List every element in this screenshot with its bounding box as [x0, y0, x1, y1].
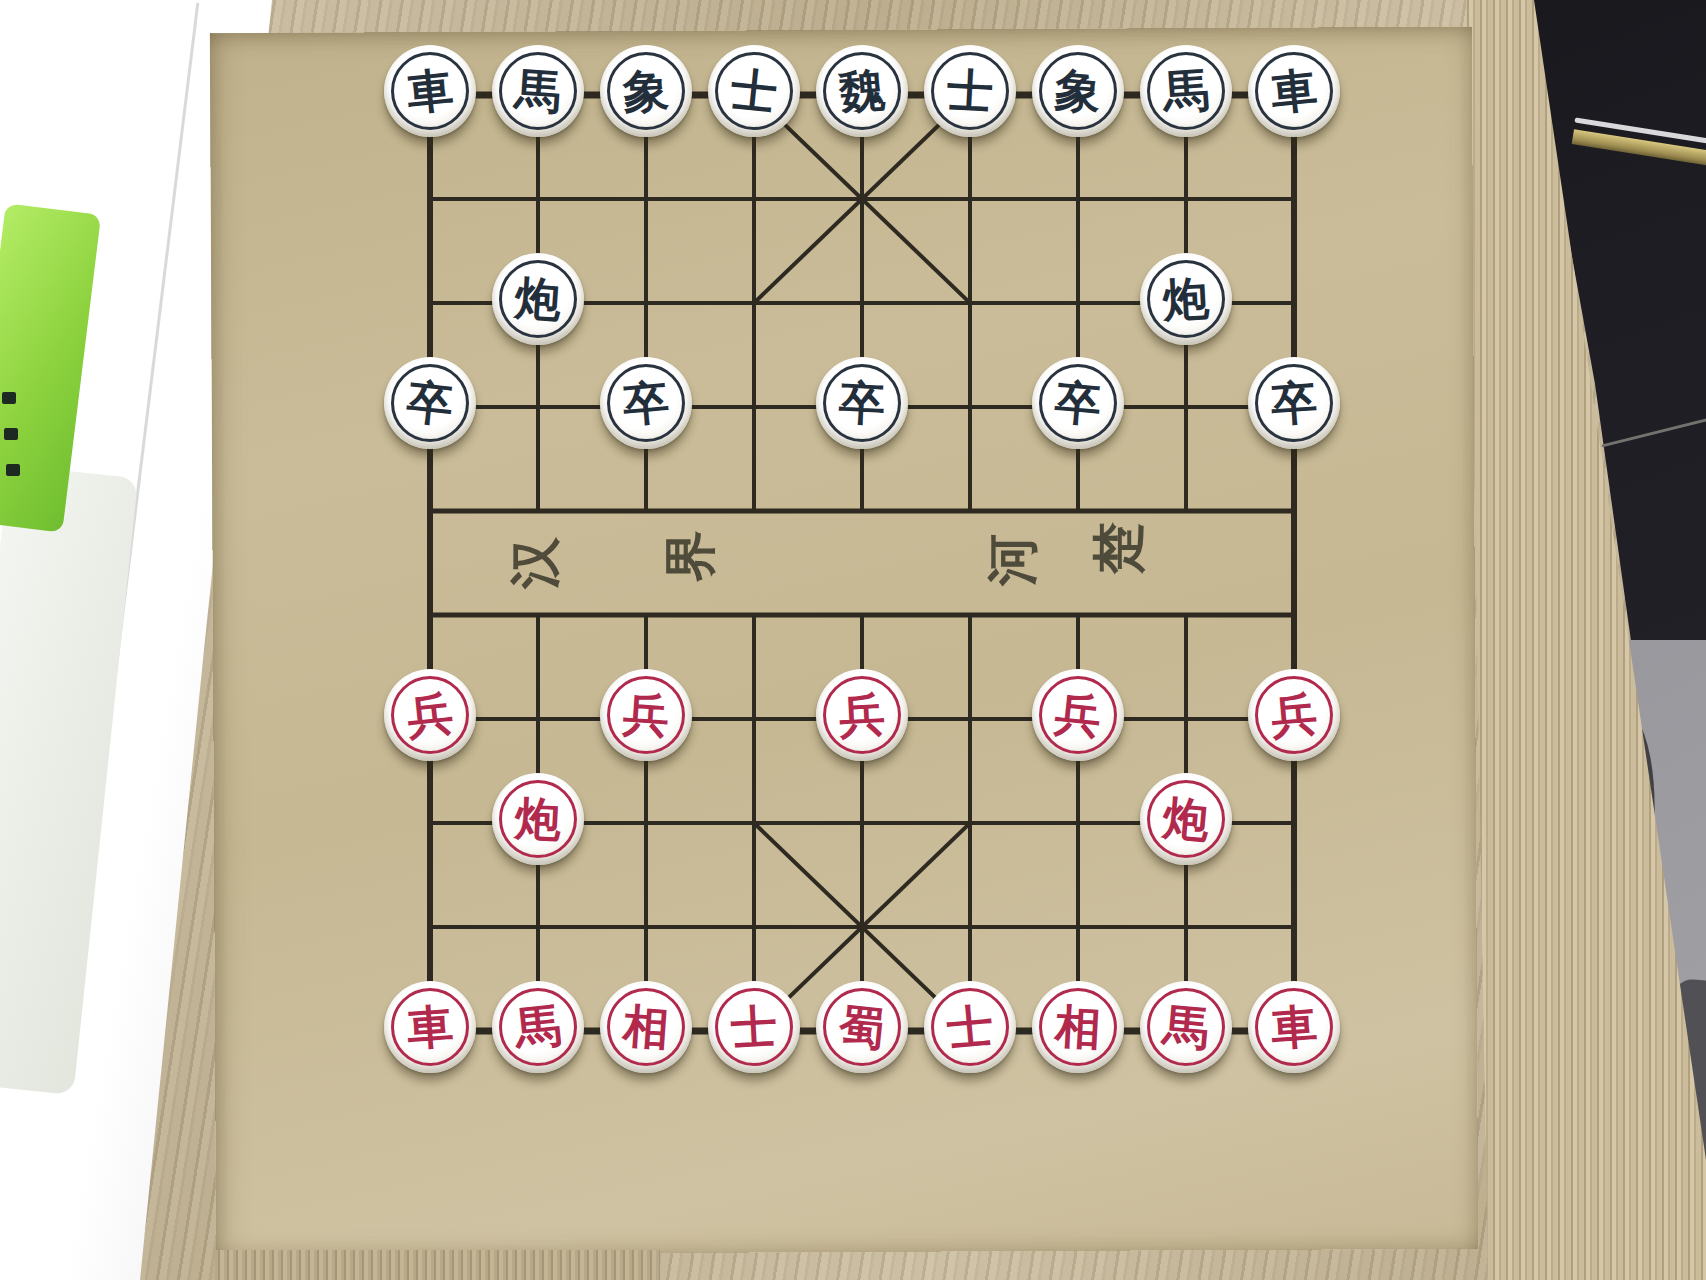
piece-red-horse-f7r9[interactable]: 馬 — [1140, 981, 1232, 1073]
pieces-layer: 車馬象士魏士象馬車炮炮卒卒卒卒卒兵兵兵兵兵炮炮車馬相士蜀士相馬車 — [0, 0, 1706, 1280]
piece-black-soldier-f2r3[interactable]: 卒 — [600, 357, 692, 449]
piece-red-cannon-f7r7[interactable]: 炮 — [1140, 773, 1232, 865]
piece-black-chariot-f0r0[interactable]: 車 — [384, 45, 476, 137]
piece-glyph: 車 — [1269, 66, 1320, 117]
piece-glyph: 魏 — [837, 66, 887, 116]
piece-red-cannon-f1r7[interactable]: 炮 — [492, 773, 584, 865]
piece-glyph: 兵 — [838, 691, 886, 739]
piece-red-advisor-f5r9[interactable]: 士 — [924, 981, 1016, 1073]
piece-glyph: 炮 — [1162, 275, 1210, 323]
piece-black-cannon-f1r2[interactable]: 炮 — [492, 253, 584, 345]
piece-black-soldier-f8r3[interactable]: 卒 — [1248, 357, 1340, 449]
piece-glyph: 炮 — [513, 274, 562, 323]
piece-black-elephant-f6r0[interactable]: 象 — [1032, 45, 1124, 137]
piece-glyph: 相 — [1054, 1003, 1102, 1051]
piece-glyph: 馬 — [1161, 66, 1210, 115]
piece-black-horse-f7r0[interactable]: 馬 — [1140, 45, 1232, 137]
piece-red-soldier-f8r6[interactable]: 兵 — [1248, 669, 1340, 761]
piece-black-general-wei-f4r0[interactable]: 魏 — [816, 45, 908, 137]
piece-black-advisor-f3r0[interactable]: 士 — [708, 45, 800, 137]
piece-glyph: 兵 — [621, 690, 670, 739]
piece-glyph: 士 — [945, 1002, 995, 1052]
piece-red-chariot-f8r9[interactable]: 車 — [1248, 981, 1340, 1073]
piece-black-elephant-f2r0[interactable]: 象 — [600, 45, 692, 137]
piece-red-horse-f1r9[interactable]: 馬 — [492, 981, 584, 1073]
piece-red-soldier-f4r6[interactable]: 兵 — [816, 669, 908, 761]
piece-black-soldier-f6r3[interactable]: 卒 — [1032, 357, 1124, 449]
piece-glyph: 車 — [405, 1002, 454, 1051]
piece-glyph: 車 — [405, 66, 456, 117]
piece-glyph: 象 — [622, 67, 670, 115]
piece-glyph: 卒 — [838, 379, 886, 427]
piece-glyph: 兵 — [1053, 690, 1104, 741]
piece-glyph: 卒 — [1269, 378, 1318, 427]
piece-red-soldier-f2r6[interactable]: 兵 — [600, 669, 692, 761]
piece-black-horse-f1r0[interactable]: 馬 — [492, 45, 584, 137]
piece-glyph: 馬 — [1161, 1002, 1211, 1052]
piece-red-general-shu-f4r9[interactable]: 蜀 — [816, 981, 908, 1073]
piece-black-chariot-f8r0[interactable]: 車 — [1248, 45, 1340, 137]
piece-black-soldier-f0r3[interactable]: 卒 — [384, 357, 476, 449]
piece-glyph: 卒 — [405, 378, 456, 429]
scene-root: 汉 界 河 楚 車馬象士魏士象馬車炮炮卒卒卒卒卒兵兵兵兵兵炮炮車馬相士蜀士相馬車 — [0, 0, 1706, 1280]
piece-red-elephant-f2r9[interactable]: 相 — [600, 981, 692, 1073]
piece-black-advisor-f5r0[interactable]: 士 — [924, 45, 1016, 137]
piece-glyph: 車 — [1269, 1002, 1318, 1051]
piece-glyph: 士 — [730, 1003, 778, 1051]
piece-red-soldier-f0r6[interactable]: 兵 — [384, 669, 476, 761]
piece-glyph: 士 — [946, 67, 994, 115]
piece-glyph: 卒 — [621, 378, 671, 428]
piece-red-soldier-f6r6[interactable]: 兵 — [1032, 669, 1124, 761]
piece-glyph: 士 — [729, 66, 780, 117]
piece-glyph: 象 — [1053, 66, 1103, 116]
piece-glyph: 兵 — [405, 690, 456, 741]
piece-glyph: 馬 — [513, 1002, 564, 1053]
piece-glyph: 炮 — [1161, 794, 1211, 844]
piece-glyph: 炮 — [514, 795, 562, 843]
piece-red-advisor-f3r9[interactable]: 士 — [708, 981, 800, 1073]
piece-red-elephant-f6r9[interactable]: 相 — [1032, 981, 1124, 1073]
piece-glyph: 兵 — [1269, 690, 1319, 740]
piece-black-soldier-f4r3[interactable]: 卒 — [816, 357, 908, 449]
piece-glyph: 蜀 — [837, 1002, 888, 1053]
piece-glyph: 卒 — [1053, 378, 1103, 428]
piece-red-chariot-f0r9[interactable]: 車 — [384, 981, 476, 1073]
piece-glyph: 馬 — [513, 66, 562, 115]
piece-glyph: 相 — [621, 1002, 670, 1051]
piece-black-cannon-f7r2[interactable]: 炮 — [1140, 253, 1232, 345]
